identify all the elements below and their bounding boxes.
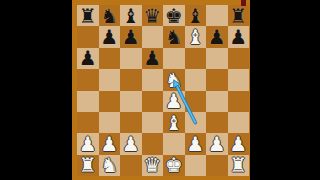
square-g1[interactable] xyxy=(206,155,228,176)
square-d7[interactable] xyxy=(142,26,164,47)
square-f5[interactable] xyxy=(185,69,207,90)
square-b1[interactable]: ♞ xyxy=(99,155,121,176)
square-e2[interactable] xyxy=(163,133,185,154)
square-a5[interactable] xyxy=(77,69,99,90)
square-b3[interactable] xyxy=(99,112,121,133)
piece-black-pawn: ♟ xyxy=(143,48,161,68)
piece-black-rook: ♜ xyxy=(229,6,247,26)
square-a3[interactable] xyxy=(77,112,99,133)
square-f3[interactable] xyxy=(185,112,207,133)
square-h4[interactable] xyxy=(228,91,250,112)
square-e3[interactable]: ♝ xyxy=(163,112,185,133)
square-d3[interactable] xyxy=(142,112,164,133)
piece-black-bishop: ♝ xyxy=(122,6,140,26)
square-d1[interactable]: ♛ xyxy=(142,155,164,176)
piece-black-pawn: ♟ xyxy=(208,27,226,47)
square-h2[interactable]: ♟ xyxy=(228,133,250,154)
square-h3[interactable] xyxy=(228,112,250,133)
square-d2[interactable] xyxy=(142,133,164,154)
piece-white-pawn: ♟ xyxy=(100,134,118,154)
chess-board[interactable]: ♜♞♝♛♚♝♜♟♟♞♝♟♟♟♟♞♟♝♟♟♟♟♟♟♜♞♛♚♜ xyxy=(77,5,249,176)
square-f1[interactable] xyxy=(185,155,207,176)
square-a2[interactable]: ♟ xyxy=(77,133,99,154)
square-d6[interactable]: ♟ xyxy=(142,48,164,69)
square-e7[interactable]: ♞ xyxy=(163,26,185,47)
square-a1[interactable]: ♜ xyxy=(77,155,99,176)
square-e1[interactable]: ♚ xyxy=(163,155,185,176)
piece-black-pawn: ♟ xyxy=(229,27,247,47)
piece-white-bishop: ♝ xyxy=(165,113,183,133)
square-a8[interactable]: ♜ xyxy=(77,5,99,26)
video-frame: ♜♞♝♛♚♝♜♟♟♞♝♟♟♟♟♞♟♝♟♟♟♟♟♟♜♞♛♚♜ xyxy=(0,0,320,180)
piece-black-pawn: ♟ xyxy=(79,48,97,68)
piece-white-pawn: ♟ xyxy=(186,134,204,154)
square-g3[interactable] xyxy=(206,112,228,133)
square-c7[interactable]: ♟ xyxy=(120,26,142,47)
square-f7[interactable]: ♝ xyxy=(185,26,207,47)
square-b6[interactable] xyxy=(99,48,121,69)
square-e4[interactable]: ♟ xyxy=(163,91,185,112)
square-f4[interactable] xyxy=(185,91,207,112)
piece-white-bishop: ♝ xyxy=(186,27,204,47)
piece-white-rook: ♜ xyxy=(79,155,97,175)
piece-white-knight: ♞ xyxy=(165,70,183,90)
square-h1[interactable]: ♜ xyxy=(228,155,250,176)
square-d8[interactable]: ♛ xyxy=(142,5,164,26)
square-e5[interactable]: ♞ xyxy=(163,69,185,90)
square-d5[interactable] xyxy=(142,69,164,90)
piece-white-knight: ♞ xyxy=(100,155,118,175)
piece-white-pawn: ♟ xyxy=(79,134,97,154)
square-g7[interactable]: ♟ xyxy=(206,26,228,47)
piece-white-king: ♚ xyxy=(165,155,183,175)
square-e6[interactable] xyxy=(163,48,185,69)
square-g8[interactable] xyxy=(206,5,228,26)
piece-white-pawn: ♟ xyxy=(165,91,183,111)
square-a4[interactable] xyxy=(77,91,99,112)
square-e8[interactable]: ♚ xyxy=(163,5,185,26)
square-h8[interactable]: ♜ xyxy=(228,5,250,26)
square-f8[interactable]: ♝ xyxy=(185,5,207,26)
square-a7[interactable] xyxy=(77,26,99,47)
square-c8[interactable]: ♝ xyxy=(120,5,142,26)
piece-white-rook: ♜ xyxy=(229,155,247,175)
square-g5[interactable] xyxy=(206,69,228,90)
piece-white-pawn: ♟ xyxy=(122,134,140,154)
square-c4[interactable] xyxy=(120,91,142,112)
square-g4[interactable] xyxy=(206,91,228,112)
corner-marker xyxy=(241,0,246,6)
square-g6[interactable] xyxy=(206,48,228,69)
square-b5[interactable] xyxy=(99,69,121,90)
piece-black-knight: ♞ xyxy=(165,27,183,47)
piece-black-knight: ♞ xyxy=(100,6,118,26)
square-b4[interactable] xyxy=(99,91,121,112)
square-f6[interactable] xyxy=(185,48,207,69)
square-b2[interactable]: ♟ xyxy=(99,133,121,154)
chess-board-frame: ♜♞♝♛♚♝♜♟♟♞♝♟♟♟♟♞♟♝♟♟♟♟♟♟♜♞♛♚♜ xyxy=(72,0,250,180)
square-h7[interactable]: ♟ xyxy=(228,26,250,47)
square-c6[interactable] xyxy=(120,48,142,69)
square-c3[interactable] xyxy=(120,112,142,133)
piece-black-rook: ♜ xyxy=(79,6,97,26)
square-d4[interactable] xyxy=(142,91,164,112)
square-g2[interactable]: ♟ xyxy=(206,133,228,154)
square-c1[interactable] xyxy=(120,155,142,176)
square-b7[interactable]: ♟ xyxy=(99,26,121,47)
piece-black-queen: ♛ xyxy=(143,6,161,26)
piece-white-pawn: ♟ xyxy=(229,134,247,154)
square-c5[interactable] xyxy=(120,69,142,90)
square-h6[interactable] xyxy=(228,48,250,69)
piece-white-queen: ♛ xyxy=(143,155,161,175)
square-f2[interactable]: ♟ xyxy=(185,133,207,154)
square-c2[interactable]: ♟ xyxy=(120,133,142,154)
piece-black-pawn: ♟ xyxy=(122,27,140,47)
piece-black-king: ♚ xyxy=(165,6,183,26)
square-h5[interactable] xyxy=(228,69,250,90)
piece-black-bishop: ♝ xyxy=(186,6,204,26)
square-a6[interactable]: ♟ xyxy=(77,48,99,69)
piece-black-pawn: ♟ xyxy=(100,27,118,47)
square-b8[interactable]: ♞ xyxy=(99,5,121,26)
piece-white-pawn: ♟ xyxy=(208,134,226,154)
